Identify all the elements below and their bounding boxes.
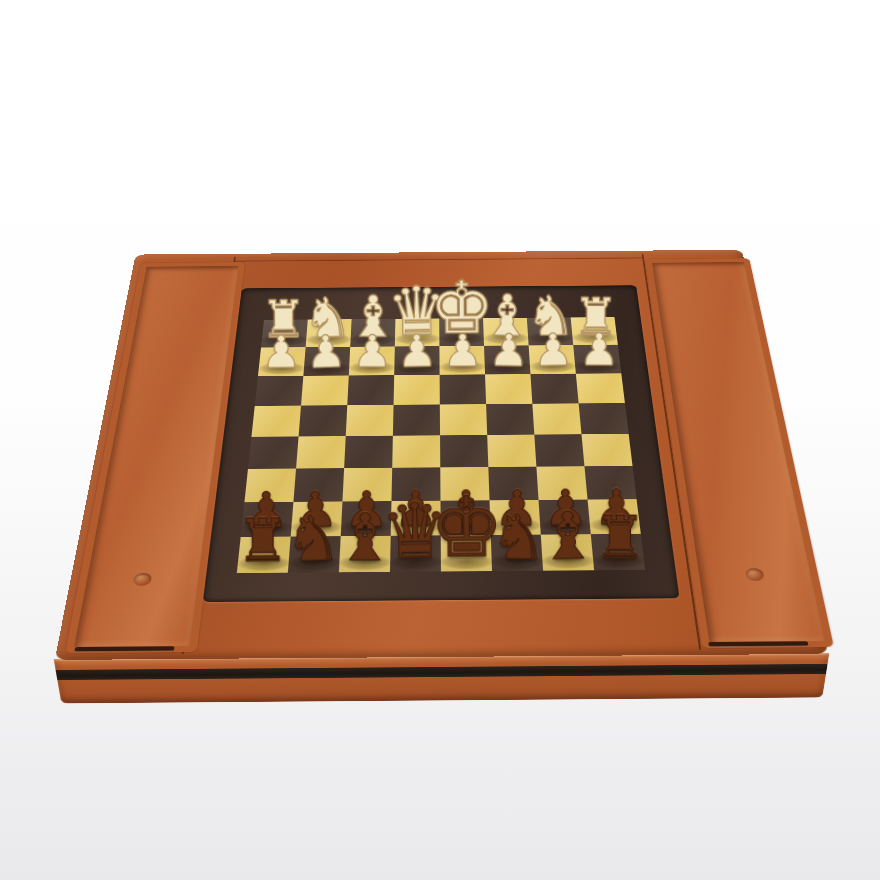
square-d8[interactable] [395,318,440,346]
square-b8[interactable] [306,319,352,347]
square-e7[interactable] [439,346,485,375]
tray-dot-right [745,568,765,581]
square-g6[interactable] [530,374,578,404]
brown-rook-glyph: ♜ [554,509,685,568]
square-b6[interactable] [301,375,349,405]
square-c8[interactable] [350,319,395,347]
photo-scene: ♜♞♝♛♚♝♞♜♟♟♟♟♟♟♟♟♟♟♟♟♟♟♟♟♜♞♝♛♚♞♝♜ [0,0,880,880]
square-e8[interactable] [439,318,484,346]
square-a6[interactable] [255,376,304,406]
box-front-stripe [56,664,828,680]
square-b7[interactable] [303,347,350,376]
square-a8[interactable] [261,320,308,348]
box-far-joint-line [234,257,643,261]
square-f8[interactable] [483,318,529,346]
square-h8[interactable] [571,317,618,345]
square-c7[interactable] [349,346,395,375]
square-g8[interactable] [527,317,573,345]
tray-dot-left [133,573,152,586]
chess-box-top: ♜♞♝♛♚♝♞♜♟♟♟♟♟♟♟♟♟♟♟♟♟♟♟♟♜♞♝♛♚♞♝♜ [55,250,829,660]
square-g7[interactable] [529,345,576,374]
square-d7[interactable] [394,346,439,375]
square-e6[interactable] [440,374,486,404]
box-front-face [54,653,830,703]
square-d6[interactable] [394,375,440,405]
square-f6[interactable] [485,374,532,404]
square-a7[interactable] [258,347,306,376]
square-h7[interactable] [573,345,621,374]
square-f7[interactable] [484,345,530,374]
square-h6[interactable] [576,373,625,403]
square-c6[interactable] [347,375,394,405]
